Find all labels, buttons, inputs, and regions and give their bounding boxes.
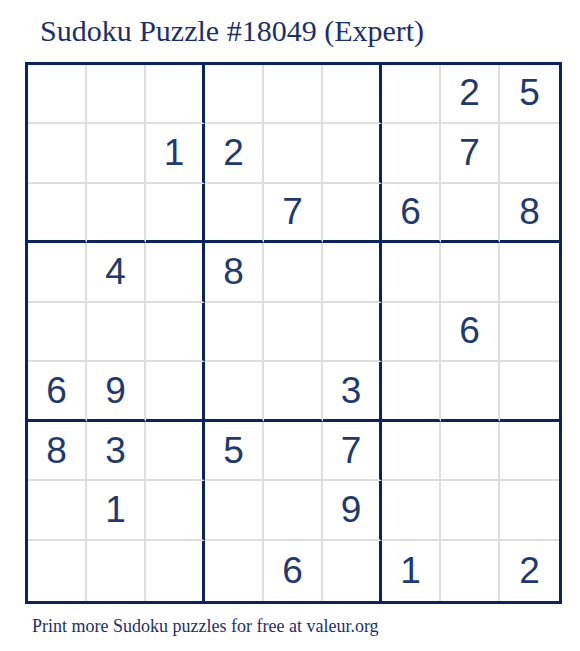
cell-r9c5: 6 xyxy=(264,541,323,601)
cell-r9c4 xyxy=(205,541,264,601)
cell-r8c6: 9 xyxy=(323,481,382,541)
cell-r4c5 xyxy=(264,243,323,303)
cell-r3c2 xyxy=(87,184,146,244)
cell-r9c6 xyxy=(323,541,382,601)
cell-r6c6: 3 xyxy=(323,362,382,422)
footer-text: Print more Sudoku puzzles for free at va… xyxy=(32,616,580,637)
cell-r8c5 xyxy=(264,481,323,541)
cell-r6c7 xyxy=(382,362,441,422)
cell-r9c9: 2 xyxy=(500,541,559,601)
cell-r3c6 xyxy=(323,184,382,244)
cell-r9c8 xyxy=(441,541,500,601)
cell-r8c1 xyxy=(28,481,87,541)
cell-r6c2: 9 xyxy=(87,362,146,422)
cell-r1c3 xyxy=(146,65,205,125)
cell-r7c4: 5 xyxy=(205,422,264,482)
cell-r7c3 xyxy=(146,422,205,482)
cell-r8c9 xyxy=(500,481,559,541)
cell-r4c3 xyxy=(146,243,205,303)
cell-r7c7 xyxy=(382,422,441,482)
cell-r3c7: 6 xyxy=(382,184,441,244)
cell-r2c3: 1 xyxy=(146,124,205,184)
cell-r2c4: 2 xyxy=(205,124,264,184)
cell-r4c1 xyxy=(28,243,87,303)
cell-r2c1 xyxy=(28,124,87,184)
cell-r6c5 xyxy=(264,362,323,422)
cell-r1c8: 2 xyxy=(441,65,500,125)
cell-r4c6 xyxy=(323,243,382,303)
cell-r1c1 xyxy=(28,65,87,125)
cell-r7c2: 3 xyxy=(87,422,146,482)
cell-r2c5 xyxy=(264,124,323,184)
cell-r8c2: 1 xyxy=(87,481,146,541)
cell-r8c3 xyxy=(146,481,205,541)
cell-r7c6: 7 xyxy=(323,422,382,482)
cell-r5c1 xyxy=(28,303,87,363)
cell-r2c7 xyxy=(382,124,441,184)
cell-r1c7 xyxy=(382,65,441,125)
cell-r4c8 xyxy=(441,243,500,303)
sudoku-board: 25127768486693835719612 xyxy=(25,62,562,604)
cell-r2c8: 7 xyxy=(441,124,500,184)
cell-r6c3 xyxy=(146,362,205,422)
cell-r4c2: 4 xyxy=(87,243,146,303)
cell-r3c5: 7 xyxy=(264,184,323,244)
cell-r8c8 xyxy=(441,481,500,541)
cell-r3c1 xyxy=(28,184,87,244)
cell-r1c2 xyxy=(87,65,146,125)
cell-r3c4 xyxy=(205,184,264,244)
cell-r5c3 xyxy=(146,303,205,363)
cell-r3c8 xyxy=(441,184,500,244)
cell-r1c6 xyxy=(323,65,382,125)
cell-r4c7 xyxy=(382,243,441,303)
cell-r2c9 xyxy=(500,124,559,184)
cell-r5c6 xyxy=(323,303,382,363)
cell-r2c2 xyxy=(87,124,146,184)
cell-r3c3 xyxy=(146,184,205,244)
cell-r3c9: 8 xyxy=(500,184,559,244)
cell-r8c7 xyxy=(382,481,441,541)
cell-r6c1: 6 xyxy=(28,362,87,422)
sudoku-page: Sudoku Puzzle #18049 (Expert) 2512776848… xyxy=(0,14,580,637)
cell-r1c9: 5 xyxy=(500,65,559,125)
cell-r1c4 xyxy=(205,65,264,125)
cell-r6c9 xyxy=(500,362,559,422)
cell-r8c4 xyxy=(205,481,264,541)
cell-r5c7 xyxy=(382,303,441,363)
cell-r7c8 xyxy=(441,422,500,482)
cell-r1c5 xyxy=(264,65,323,125)
cell-r6c4 xyxy=(205,362,264,422)
cell-r9c1 xyxy=(28,541,87,601)
cell-r5c2 xyxy=(87,303,146,363)
cell-r7c1: 8 xyxy=(28,422,87,482)
cell-r5c4 xyxy=(205,303,264,363)
cell-r4c9 xyxy=(500,243,559,303)
cell-r9c7: 1 xyxy=(382,541,441,601)
cell-r9c3 xyxy=(146,541,205,601)
cell-r6c8 xyxy=(441,362,500,422)
cell-r5c9 xyxy=(500,303,559,363)
cell-r7c5 xyxy=(264,422,323,482)
cell-r7c9 xyxy=(500,422,559,482)
cell-r5c8: 6 xyxy=(441,303,500,363)
cell-r4c4: 8 xyxy=(205,243,264,303)
cell-r2c6 xyxy=(323,124,382,184)
page-title: Sudoku Puzzle #18049 (Expert) xyxy=(40,14,580,49)
cell-r9c2 xyxy=(87,541,146,601)
cell-r5c5 xyxy=(264,303,323,363)
